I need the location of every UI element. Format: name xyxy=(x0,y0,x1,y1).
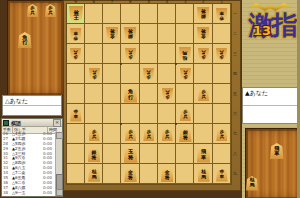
board-cell[interactable] xyxy=(67,64,85,84)
kifu-cell: 38 xyxy=(2,191,12,196)
rank-label: 四 xyxy=(233,72,237,76)
board-cell[interactable] xyxy=(213,24,231,44)
board-cell[interactable] xyxy=(85,104,103,124)
board-cell[interactable] xyxy=(213,104,231,124)
kifu-cell: △9一玉 xyxy=(12,191,43,196)
file-label: 2 xyxy=(202,0,205,4)
board-cell[interactable] xyxy=(85,84,103,104)
rank-label: 二 xyxy=(233,32,237,36)
kifu-window-icon xyxy=(3,120,9,126)
file-label: 5 xyxy=(147,0,150,4)
kifu-window: 棋譜 × 手数 指し手 時間 26△4五歩0:0027▲3七銀0:0028△5四… xyxy=(1,118,63,197)
board-cell[interactable] xyxy=(140,84,158,104)
rank-label: 九 xyxy=(233,172,237,176)
shogi-piece-lance[interactable]: 香車 xyxy=(70,28,82,42)
board-cell[interactable] xyxy=(103,84,121,104)
board-cell[interactable] xyxy=(67,84,85,104)
board-cell[interactable] xyxy=(158,24,176,44)
board-cell[interactable] xyxy=(67,144,85,164)
board-cell[interactable] xyxy=(85,24,103,44)
board-cell[interactable] xyxy=(194,124,212,144)
file-label: 3 xyxy=(184,0,187,4)
board-cell[interactable] xyxy=(103,144,121,164)
board-cell[interactable] xyxy=(213,84,231,104)
board-cell[interactable] xyxy=(176,24,194,44)
board-cell[interactable] xyxy=(176,84,194,104)
board-cell[interactable] xyxy=(158,104,176,124)
rank-label: 七 xyxy=(233,132,237,136)
file-label: 8 xyxy=(93,0,96,4)
sente-player-label: ▲あなた xyxy=(243,88,299,106)
kifu-move-list: 26△4五歩0:0027▲3七銀0:0028△5四歩0:0029▲2五歩0:00… xyxy=(2,132,56,196)
rank-label: 六 xyxy=(233,112,237,116)
board-cell[interactable] xyxy=(194,64,212,84)
board-cell[interactable] xyxy=(121,64,139,84)
kifu-titlebar[interactable]: 棋譜 × xyxy=(2,119,62,127)
board-cell[interactable] xyxy=(158,64,176,84)
board-cell[interactable] xyxy=(67,164,85,184)
file-label: 6 xyxy=(129,0,132,4)
rank-label: 三 xyxy=(233,52,237,56)
board-cell[interactable] xyxy=(158,144,176,164)
scrollbar-thumb[interactable] xyxy=(56,174,63,190)
board-cell[interactable] xyxy=(85,4,103,24)
board-cell[interactable] xyxy=(158,44,176,64)
board-cell[interactable] xyxy=(194,104,212,124)
rank-label: 五 xyxy=(233,92,237,96)
board-cell[interactable] xyxy=(85,44,103,64)
board-cell[interactable] xyxy=(103,124,121,144)
app-logo: 激指 13 xyxy=(242,6,300,48)
board-cell[interactable] xyxy=(213,144,231,164)
right-edge-strip xyxy=(297,0,300,198)
board-cell[interactable] xyxy=(140,24,158,44)
board-cell[interactable] xyxy=(213,64,231,84)
board-cell[interactable] xyxy=(176,164,194,184)
board-cell[interactable] xyxy=(140,44,158,64)
sente-player-box: ▲あなた xyxy=(242,87,300,124)
kifu-move-row[interactable]: 38△9一玉0:00 xyxy=(2,191,56,196)
board-cell[interactable] xyxy=(103,64,121,84)
file-label: 4 xyxy=(166,0,169,4)
close-icon[interactable]: × xyxy=(53,119,61,127)
rank-label: 八 xyxy=(233,152,237,156)
shogi-board: 王将銀将香車香車金将銀将金将歩兵歩兵桂馬歩兵歩兵歩兵歩兵歩兵歩兵角行歩兵香車歩兵… xyxy=(67,4,231,184)
board-cell[interactable] xyxy=(121,104,139,124)
file-label: 7 xyxy=(111,0,114,4)
board-frame: 王将銀将香車香車金将銀将金将歩兵歩兵桂馬歩兵歩兵歩兵歩兵歩兵歩兵角行歩兵香車歩兵… xyxy=(63,0,241,191)
gekisashi-app: △あなた 棋譜 × 手数 指し手 時間 26△4五歩0:0027▲3七銀0:00… xyxy=(0,0,300,198)
right-panel: 激指 13 ▲あなた xyxy=(241,0,300,198)
board-cell[interactable] xyxy=(140,144,158,164)
board-cell[interactable] xyxy=(103,104,121,124)
kifu-scrollbar[interactable] xyxy=(55,132,62,196)
board-cell[interactable] xyxy=(176,144,194,164)
board-cell[interactable] xyxy=(176,4,194,24)
file-label: 9 xyxy=(74,0,77,4)
gote-player-box: △あなた xyxy=(2,95,62,116)
board-cell[interactable] xyxy=(103,4,121,24)
file-label: 1 xyxy=(220,0,223,4)
scroll-up-icon[interactable] xyxy=(56,132,63,139)
shogi-piece-lance[interactable]: 香車 xyxy=(216,8,228,22)
rank-label: 一 xyxy=(233,12,237,16)
kifu-window-title: 棋譜 xyxy=(11,120,53,126)
scroll-down-icon[interactable] xyxy=(56,189,63,196)
board-cell[interactable] xyxy=(121,4,139,24)
board-cell[interactable] xyxy=(140,104,158,124)
board-cell[interactable] xyxy=(67,124,85,144)
version-badge: 13 xyxy=(253,23,271,38)
gote-player-label: △あなた xyxy=(3,96,61,106)
board-cell[interactable] xyxy=(103,164,121,184)
board-cell[interactable] xyxy=(140,4,158,24)
board-cell[interactable] xyxy=(140,164,158,184)
board-cell[interactable] xyxy=(103,44,121,64)
board-cell[interactable] xyxy=(158,4,176,24)
